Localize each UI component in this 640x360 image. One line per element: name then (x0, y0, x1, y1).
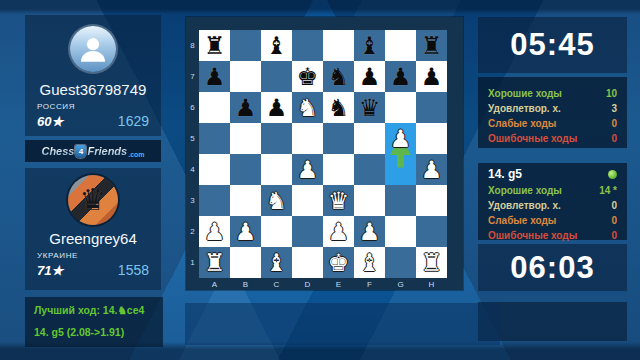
piece-white-knight[interactable]: ♞ (261, 185, 292, 216)
square-c2[interactable] (261, 216, 292, 247)
stat-value: 10 (606, 86, 617, 101)
piece-black-rook[interactable]: ♜ (416, 30, 447, 61)
square-e6[interactable]: ♞ (323, 92, 354, 123)
square-d1[interactable] (292, 247, 323, 278)
square-h8[interactable]: ♜ (416, 30, 447, 61)
analysis-panel: Лучший ход: 14.♞ce4 14. g5 (2.08->1.91) (25, 297, 163, 347)
file-label: C (261, 278, 292, 290)
player-name: Guest36798749 (25, 82, 161, 98)
square-f6[interactable]: ♛ (354, 92, 385, 123)
square-g1[interactable] (385, 247, 416, 278)
square-d7[interactable]: ♚ (292, 61, 323, 92)
square-c6[interactable]: ♟ (261, 92, 292, 123)
logo-text-chess: Chess (41, 145, 74, 157)
piece-black-pawn[interactable]: ♟ (261, 92, 292, 123)
piece-black-knight[interactable]: ♞ (323, 92, 354, 123)
square-a7[interactable]: ♟ (199, 61, 230, 92)
piece-white-rook[interactable]: ♜ (416, 247, 447, 278)
square-b7[interactable] (230, 61, 261, 92)
square-b3[interactable] (230, 185, 261, 216)
piece-white-pawn[interactable]: ♟ (230, 216, 261, 247)
square-e3[interactable]: ♛ (323, 185, 354, 216)
square-d2[interactable] (292, 216, 323, 247)
square-c1[interactable]: ♝ (261, 247, 292, 278)
piece-white-bishop[interactable]: ♝ (261, 247, 292, 278)
square-h2[interactable] (416, 216, 447, 247)
square-d6[interactable]: ♞ (292, 92, 323, 123)
piece-white-queen[interactable]: ♛ (323, 185, 354, 216)
square-c7[interactable] (261, 61, 292, 92)
rank-label: 5 (186, 123, 199, 154)
stat-label: Удовлетвор. х. (488, 101, 561, 116)
square-e7[interactable]: ♞ (323, 61, 354, 92)
file-label: D (292, 278, 323, 290)
rank-label: 1 (186, 247, 199, 278)
stat-label: Хорошие ходы (488, 183, 562, 198)
best-move-text: Лучший ход: 14.♞ce4 (34, 304, 154, 316)
player-name: Greengrey64 (25, 231, 161, 247)
square-a8[interactable]: ♜ (199, 30, 230, 61)
square-g6[interactable] (385, 92, 416, 123)
square-a3[interactable] (199, 185, 230, 216)
square-h1[interactable]: ♜ (416, 247, 447, 278)
piece-black-king[interactable]: ♚ (292, 61, 323, 92)
square-c8[interactable]: ♝ (261, 30, 292, 61)
rank-label: 3 (186, 185, 199, 216)
logo-text-tld: .com (128, 151, 144, 162)
file-labels: ABCDEFGH (199, 278, 447, 290)
file-label: A (199, 278, 230, 290)
square-a5[interactable] (199, 123, 230, 154)
square-f2[interactable]: ♟ (354, 216, 385, 247)
file-label: G (385, 278, 416, 290)
player-level: 60★ (37, 114, 63, 129)
square-a6[interactable] (199, 92, 230, 123)
player-rating: 1558 (118, 262, 149, 278)
square-b1[interactable] (230, 247, 261, 278)
square-g8[interactable] (385, 30, 416, 61)
piece-white-rook[interactable]: ♜ (199, 247, 230, 278)
stat-value: 0 (611, 116, 617, 131)
piece-white-pawn[interactable]: ♟ (323, 216, 354, 247)
file-label: H (416, 278, 447, 290)
square-b4[interactable] (230, 154, 261, 185)
played-move-text: 14. g5 (2.08->1.91) (34, 326, 154, 338)
square-f5[interactable] (354, 123, 385, 154)
rank-label: 6 (186, 92, 199, 123)
app-window: Guest36798749 РОССИЯ 60★ 1629 Chess 4 Fr… (0, 0, 640, 360)
piece-black-pawn[interactable]: ♟ (416, 61, 447, 92)
move-stats-panel: 14. g5 Хорошие ходы14 * Удовлетвор. х.0 … (478, 163, 627, 240)
square-e8[interactable] (323, 30, 354, 61)
piece-black-pawn[interactable]: ♟ (230, 92, 261, 123)
square-e5[interactable] (323, 123, 354, 154)
stat-label: Ошибочные ходы (488, 228, 577, 243)
square-g7[interactable]: ♟ (385, 61, 416, 92)
square-e4[interactable] (323, 154, 354, 185)
stat-label: Слабые ходы (488, 116, 556, 131)
piece-white-pawn[interactable]: ♟ (292, 154, 323, 185)
square-g3[interactable] (385, 185, 416, 216)
player-panel-bottom: ♛ Greengrey64 УКРАИНЕ 71★ 1558 (25, 168, 161, 290)
avatar[interactable] (70, 26, 116, 72)
stat-label: Хорошие ходы (488, 86, 562, 101)
queen-avatar-icon: ♛ (80, 185, 107, 215)
square-f4[interactable] (354, 154, 385, 185)
piece-white-pawn[interactable]: ♟ (385, 123, 416, 154)
piece-white-pawn[interactable]: ♟ (199, 216, 230, 247)
piece-white-knight[interactable]: ♞ (292, 92, 323, 123)
stat-value: 0 (611, 131, 617, 146)
square-b8[interactable] (230, 30, 261, 61)
square-h5[interactable] (416, 123, 447, 154)
player-panel-top: Guest36798749 РОССИЯ 60★ 1629 (25, 15, 161, 136)
square-d4[interactable]: ♟ (292, 154, 323, 185)
stat-value: 0 (611, 198, 617, 213)
piece-black-bishop[interactable]: ♝ (354, 30, 385, 61)
move-title: 14. g5 (488, 167, 522, 181)
piece-white-pawn[interactable]: ♟ (354, 216, 385, 247)
player-country: РОССИЯ (25, 102, 161, 111)
square-c3[interactable]: ♞ (261, 185, 292, 216)
stat-label: Слабые ходы (488, 213, 556, 228)
chess-board: 87654321 ABCDEFGH ♜♝♝♜♟♚♞♟♟♟♟♟♞♞♛♟♟♟♞♛♟♟… (186, 17, 463, 290)
rank-label: 7 (186, 61, 199, 92)
board-grid: ♜♝♝♜♟♚♞♟♟♟♟♟♞♞♛♟♟♟♞♛♟♟♟♟♜♝♚♝♜ (199, 30, 447, 278)
square-d3[interactable] (292, 185, 323, 216)
square-h7[interactable]: ♟ (416, 61, 447, 92)
square-h4[interactable]: ♟ (416, 154, 447, 185)
rank-label: 2 (186, 216, 199, 247)
square-b6[interactable]: ♟ (230, 92, 261, 123)
stat-value: 0 (611, 213, 617, 228)
square-g4[interactable] (385, 154, 416, 185)
clock-top: 05:45 (478, 17, 627, 73)
stat-label: Ошибочные ходы (488, 131, 577, 146)
square-b5[interactable] (230, 123, 261, 154)
square-d8[interactable] (292, 30, 323, 61)
chess4friends-logo[interactable]: Chess 4 Friends .com (25, 140, 161, 162)
square-a1[interactable]: ♜ (199, 247, 230, 278)
rank-labels: 87654321 (186, 30, 199, 278)
square-f8[interactable]: ♝ (354, 30, 385, 61)
piece-black-rook[interactable]: ♜ (199, 30, 230, 61)
piece-white-pawn[interactable]: ♟ (416, 154, 447, 185)
stat-value: 3 (611, 101, 617, 116)
player-rating: 1629 (118, 113, 149, 129)
square-c4[interactable] (261, 154, 292, 185)
player-level: 71★ (37, 263, 63, 278)
square-e1[interactable]: ♚ (323, 247, 354, 278)
stat-label: Удовлетвор. х. (488, 198, 561, 213)
stat-value: 14 * (599, 183, 617, 198)
square-d5[interactable] (292, 123, 323, 154)
square-g2[interactable] (385, 216, 416, 247)
square-h3[interactable] (416, 185, 447, 216)
piece-black-pawn[interactable]: ♟ (199, 61, 230, 92)
square-a2[interactable]: ♟ (199, 216, 230, 247)
clock-bottom: 06:03 (478, 244, 627, 291)
file-label: B (230, 278, 261, 290)
square-g5[interactable]: ♟ (385, 123, 416, 154)
square-b2[interactable]: ♟ (230, 216, 261, 247)
piece-black-queen[interactable]: ♛ (354, 92, 385, 123)
piece-black-bishop[interactable]: ♝ (261, 30, 292, 61)
player-country: УКРАИНЕ (25, 251, 161, 260)
logo-shield-icon: 4 (75, 145, 86, 158)
file-label: F (354, 278, 385, 290)
square-c5[interactable] (261, 123, 292, 154)
rank-label: 4 (186, 154, 199, 185)
square-e2[interactable]: ♟ (323, 216, 354, 247)
square-f7[interactable]: ♟ (354, 61, 385, 92)
piece-black-pawn[interactable]: ♟ (385, 61, 416, 92)
bottom-wide-panel (185, 303, 500, 345)
rank-label: 8 (186, 30, 199, 61)
piece-white-king[interactable]: ♚ (323, 247, 354, 278)
logo-text-friends: Friends (87, 145, 127, 157)
status-dot (608, 170, 617, 179)
person-icon (76, 32, 110, 66)
piece-black-knight[interactable]: ♞ (323, 61, 354, 92)
square-f1[interactable]: ♝ (354, 247, 385, 278)
empty-side-panel (478, 302, 627, 341)
square-f3[interactable] (354, 185, 385, 216)
stat-value: 0 (611, 228, 617, 243)
game-stats-panel: Хорошие ходы10 Удовлетвор. х.3 Слабые хо… (478, 77, 627, 148)
file-label: E (323, 278, 354, 290)
piece-white-bishop[interactable]: ♝ (354, 247, 385, 278)
square-h6[interactable] (416, 92, 447, 123)
avatar[interactable]: ♛ (68, 175, 118, 225)
piece-black-pawn[interactable]: ♟ (354, 61, 385, 92)
square-a4[interactable] (199, 154, 230, 185)
